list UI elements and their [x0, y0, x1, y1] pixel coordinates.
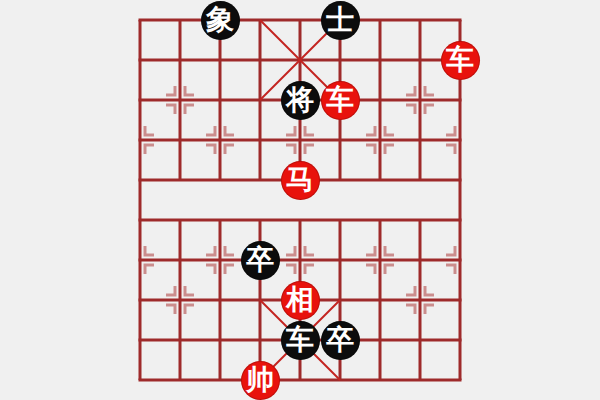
board-point: 士: [320, 0, 360, 40]
board-point: 相: [280, 280, 320, 320]
piece-character: 士: [326, 6, 354, 34]
piece-character: 象: [206, 6, 234, 34]
piece-character: 卒: [246, 246, 274, 274]
board-point: 卒: [320, 320, 360, 360]
piece-character: 将: [286, 86, 314, 114]
piece-character: 帅: [246, 366, 274, 394]
screenshot-background: 象士车将车马卒相车卒帅: [0, 0, 600, 400]
board-point: 象: [200, 0, 240, 40]
piece-red-horse[interactable]: 马: [281, 161, 320, 200]
piece-black-elephant[interactable]: 象: [201, 1, 240, 40]
piece-character: 车: [326, 86, 354, 114]
piece-black-advisor[interactable]: 士: [321, 1, 360, 40]
board-point: 车: [320, 80, 360, 120]
piece-character: 车: [286, 326, 314, 354]
piece-red-general[interactable]: 帅: [241, 361, 280, 400]
board-point: 卒: [240, 240, 280, 280]
xiangqi-board: 象士车将车马卒相车卒帅: [120, 0, 480, 400]
piece-red-chariot-2[interactable]: 车: [321, 81, 360, 120]
piece-character: 卒: [326, 326, 354, 354]
board-point: 将: [280, 80, 320, 120]
piece-character: 相: [286, 286, 314, 314]
board-point: 车: [440, 40, 480, 80]
board-point: 车: [280, 320, 320, 360]
piece-black-general[interactable]: 将: [281, 81, 320, 120]
board-point: 帅: [240, 360, 280, 400]
piece-black-soldier-2[interactable]: 卒: [321, 321, 360, 360]
piece-black-soldier-1[interactable]: 卒: [241, 241, 280, 280]
piece-character: 马: [286, 166, 314, 194]
piece-red-chariot-1[interactable]: 车: [441, 41, 480, 80]
piece-black-chariot[interactable]: 车: [281, 321, 320, 360]
board-point: 马: [280, 160, 320, 200]
piece-red-elephant[interactable]: 相: [281, 281, 320, 320]
piece-character: 车: [446, 46, 474, 74]
